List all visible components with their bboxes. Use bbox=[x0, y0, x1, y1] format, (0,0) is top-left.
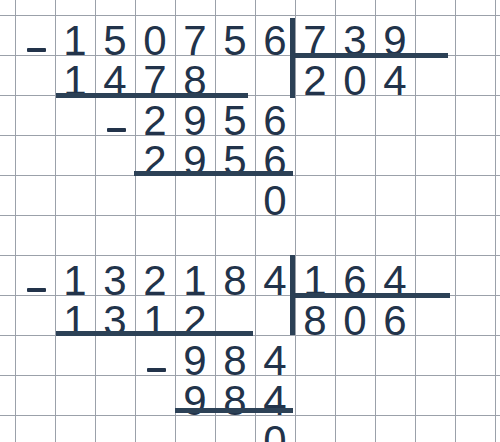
digit-cell: 1 bbox=[55, 21, 95, 61]
digit-cell: 6 bbox=[255, 101, 295, 141]
digit-cell: 4 bbox=[255, 261, 295, 301]
digit-cell: 9 bbox=[175, 341, 215, 381]
digit-cell: 6 bbox=[255, 21, 295, 61]
p1-subtraction-underline-1 bbox=[56, 93, 248, 98]
p1-subtraction-underline-2 bbox=[134, 171, 293, 176]
digit-cell: 9 bbox=[175, 381, 215, 421]
digit-cell: 8 bbox=[215, 381, 255, 421]
digit-cell: 8 bbox=[295, 301, 335, 341]
p1-division-bracket-vertical bbox=[290, 18, 295, 98]
p2-subtraction-underline-2 bbox=[175, 408, 293, 413]
minus-sign bbox=[27, 288, 46, 292]
digit-cell: 1 bbox=[55, 261, 95, 301]
p2-subtraction-underline-1 bbox=[56, 331, 253, 336]
digit-cell: 5 bbox=[95, 21, 135, 61]
digit-cell: 9 bbox=[175, 101, 215, 141]
digit-cell: 8 bbox=[215, 261, 255, 301]
digit-cell: 8 bbox=[215, 341, 255, 381]
digit-cell: 0 bbox=[135, 21, 175, 61]
p1-division-bracket-horizontal bbox=[290, 53, 448, 58]
digit-cell: 0 bbox=[255, 421, 295, 442]
digit-cell: 0 bbox=[255, 181, 295, 221]
digit-cell: 2 bbox=[135, 261, 175, 301]
squared-paper-worksheet: 1507567391478204295629560132184164131280… bbox=[0, 0, 500, 442]
digit-cell: 7 bbox=[175, 21, 215, 61]
digit-cell: 4 bbox=[375, 61, 415, 101]
minus-sign bbox=[107, 128, 126, 132]
p2-division-bracket-horizontal bbox=[290, 293, 450, 298]
digit-cell: 5 bbox=[215, 101, 255, 141]
digit-cell: 6 bbox=[375, 301, 415, 341]
digit-cell: 4 bbox=[255, 381, 295, 421]
digit-cell: 1 bbox=[175, 261, 215, 301]
minus-sign bbox=[27, 48, 46, 52]
digit-cell: 0 bbox=[335, 61, 375, 101]
digit-cell: 2 bbox=[135, 101, 175, 141]
digit-cell: 4 bbox=[255, 341, 295, 381]
digit-cell: 2 bbox=[295, 61, 335, 101]
digit-cell: 5 bbox=[215, 21, 255, 61]
digit-cell: 0 bbox=[335, 301, 375, 341]
minus-sign bbox=[147, 368, 166, 372]
digit-cell: 3 bbox=[95, 261, 135, 301]
